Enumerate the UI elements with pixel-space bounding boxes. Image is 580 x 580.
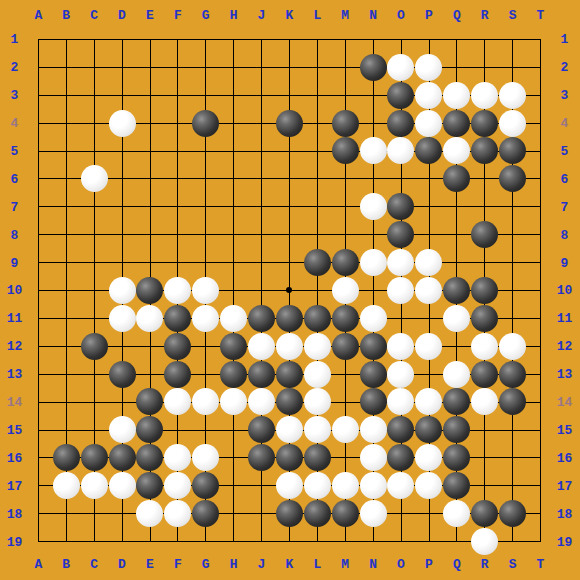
intersection-B15[interactable]: [52, 416, 80, 444]
intersection-D1[interactable]: [108, 25, 136, 53]
intersection-K13[interactable]: [275, 360, 303, 388]
intersection-P7[interactable]: [415, 193, 443, 221]
intersection-J16[interactable]: [248, 444, 276, 472]
intersection-K11[interactable]: [275, 304, 303, 332]
intersection-F8[interactable]: [164, 221, 192, 249]
intersection-G8[interactable]: [192, 221, 220, 249]
intersection-K3[interactable]: [275, 81, 303, 109]
intersection-G11[interactable]: [192, 304, 220, 332]
intersection-P17[interactable]: [415, 472, 443, 500]
intersection-H16[interactable]: [220, 444, 248, 472]
intersection-F2[interactable]: [164, 53, 192, 81]
intersection-E2[interactable]: [136, 53, 164, 81]
intersection-O19[interactable]: [387, 527, 415, 555]
intersection-F16[interactable]: [164, 444, 192, 472]
intersection-D4[interactable]: [108, 109, 136, 137]
intersection-P4[interactable]: [415, 109, 443, 137]
intersection-T13[interactable]: [526, 360, 554, 388]
intersection-D15[interactable]: [108, 416, 136, 444]
intersection-L15[interactable]: [303, 416, 331, 444]
intersection-A5[interactable]: [24, 137, 52, 165]
intersection-O18[interactable]: [387, 500, 415, 528]
intersection-S12[interactable]: [499, 332, 527, 360]
intersection-Q9[interactable]: [443, 249, 471, 277]
intersection-J6[interactable]: [248, 165, 276, 193]
intersection-S14[interactable]: [499, 388, 527, 416]
intersection-C5[interactable]: [80, 137, 108, 165]
intersection-C11[interactable]: [80, 304, 108, 332]
intersection-N11[interactable]: [359, 304, 387, 332]
intersection-J12[interactable]: [248, 332, 276, 360]
intersection-B9[interactable]: [52, 249, 80, 277]
intersection-Q19[interactable]: [443, 527, 471, 555]
intersection-A13[interactable]: [24, 360, 52, 388]
intersection-F14[interactable]: [164, 388, 192, 416]
intersection-J1[interactable]: [248, 25, 276, 53]
intersection-E1[interactable]: [136, 25, 164, 53]
intersection-C12[interactable]: [80, 332, 108, 360]
intersection-R2[interactable]: [471, 53, 499, 81]
intersection-R11[interactable]: [471, 304, 499, 332]
intersection-E6[interactable]: [136, 165, 164, 193]
intersection-H7[interactable]: [220, 193, 248, 221]
intersection-A19[interactable]: [24, 527, 52, 555]
intersection-H14[interactable]: [220, 388, 248, 416]
intersection-B11[interactable]: [52, 304, 80, 332]
intersection-C9[interactable]: [80, 249, 108, 277]
intersection-Q1[interactable]: [443, 25, 471, 53]
intersection-T19[interactable]: [526, 527, 554, 555]
intersection-O2[interactable]: [387, 53, 415, 81]
intersection-P14[interactable]: [415, 388, 443, 416]
intersection-F7[interactable]: [164, 193, 192, 221]
intersection-C15[interactable]: [80, 416, 108, 444]
intersection-L19[interactable]: [303, 527, 331, 555]
intersection-L12[interactable]: [303, 332, 331, 360]
intersection-S3[interactable]: [499, 81, 527, 109]
intersection-T11[interactable]: [526, 304, 554, 332]
intersection-K8[interactable]: [275, 221, 303, 249]
intersection-M16[interactable]: [331, 444, 359, 472]
intersection-T1[interactable]: [526, 25, 554, 53]
intersection-A10[interactable]: [24, 276, 52, 304]
intersection-E16[interactable]: [136, 444, 164, 472]
intersection-A11[interactable]: [24, 304, 52, 332]
intersection-B16[interactable]: [52, 444, 80, 472]
intersection-O11[interactable]: [387, 304, 415, 332]
intersection-A17[interactable]: [24, 472, 52, 500]
intersection-H8[interactable]: [220, 221, 248, 249]
intersection-F19[interactable]: [164, 527, 192, 555]
intersection-J8[interactable]: [248, 221, 276, 249]
intersection-Q2[interactable]: [443, 53, 471, 81]
intersection-L9[interactable]: [303, 249, 331, 277]
intersection-P8[interactable]: [415, 221, 443, 249]
intersection-B10[interactable]: [52, 276, 80, 304]
intersection-A4[interactable]: [24, 109, 52, 137]
intersection-N10[interactable]: [359, 276, 387, 304]
intersection-Q17[interactable]: [443, 472, 471, 500]
intersection-N19[interactable]: [359, 527, 387, 555]
intersection-H3[interactable]: [220, 81, 248, 109]
intersection-D19[interactable]: [108, 527, 136, 555]
intersection-E15[interactable]: [136, 416, 164, 444]
intersection-F5[interactable]: [164, 137, 192, 165]
intersection-R15[interactable]: [471, 416, 499, 444]
intersection-P18[interactable]: [415, 500, 443, 528]
intersection-D6[interactable]: [108, 165, 136, 193]
intersection-Q18[interactable]: [443, 500, 471, 528]
intersection-S15[interactable]: [499, 416, 527, 444]
intersection-A14[interactable]: [24, 388, 52, 416]
intersection-T3[interactable]: [526, 81, 554, 109]
intersection-G16[interactable]: [192, 444, 220, 472]
intersection-C17[interactable]: [80, 472, 108, 500]
intersection-T14[interactable]: [526, 388, 554, 416]
intersection-S19[interactable]: [499, 527, 527, 555]
intersection-N14[interactable]: [359, 388, 387, 416]
intersection-J10[interactable]: [248, 276, 276, 304]
intersection-E11[interactable]: [136, 304, 164, 332]
intersection-M6[interactable]: [331, 165, 359, 193]
intersection-H11[interactable]: [220, 304, 248, 332]
intersection-B3[interactable]: [52, 81, 80, 109]
intersection-A6[interactable]: [24, 165, 52, 193]
intersection-C1[interactable]: [80, 25, 108, 53]
intersection-P16[interactable]: [415, 444, 443, 472]
intersection-P13[interactable]: [415, 360, 443, 388]
intersection-P6[interactable]: [415, 165, 443, 193]
intersection-F9[interactable]: [164, 249, 192, 277]
intersection-C10[interactable]: [80, 276, 108, 304]
intersection-M4[interactable]: [331, 109, 359, 137]
intersection-G10[interactable]: [192, 276, 220, 304]
intersection-L1[interactable]: [303, 25, 331, 53]
intersection-B18[interactable]: [52, 500, 80, 528]
intersection-H13[interactable]: [220, 360, 248, 388]
intersection-L4[interactable]: [303, 109, 331, 137]
intersection-A9[interactable]: [24, 249, 52, 277]
intersection-H15[interactable]: [220, 416, 248, 444]
intersection-D10[interactable]: [108, 276, 136, 304]
intersection-T15[interactable]: [526, 416, 554, 444]
intersection-O5[interactable]: [387, 137, 415, 165]
intersection-Q12[interactable]: [443, 332, 471, 360]
intersection-M18[interactable]: [331, 500, 359, 528]
intersection-K4[interactable]: [275, 109, 303, 137]
intersection-D8[interactable]: [108, 221, 136, 249]
intersection-E18[interactable]: [136, 500, 164, 528]
intersection-N5[interactable]: [359, 137, 387, 165]
intersection-B4[interactable]: [52, 109, 80, 137]
intersection-H12[interactable]: [220, 332, 248, 360]
intersection-N9[interactable]: [359, 249, 387, 277]
intersection-P3[interactable]: [415, 81, 443, 109]
intersection-Q10[interactable]: [443, 276, 471, 304]
intersection-N17[interactable]: [359, 472, 387, 500]
intersection-R10[interactable]: [471, 276, 499, 304]
intersection-T6[interactable]: [526, 165, 554, 193]
intersection-Q14[interactable]: [443, 388, 471, 416]
intersection-O10[interactable]: [387, 276, 415, 304]
intersection-S16[interactable]: [499, 444, 527, 472]
intersection-G5[interactable]: [192, 137, 220, 165]
intersection-S9[interactable]: [499, 249, 527, 277]
intersection-L10[interactable]: [303, 276, 331, 304]
intersection-E3[interactable]: [136, 81, 164, 109]
intersection-O9[interactable]: [387, 249, 415, 277]
intersection-M2[interactable]: [331, 53, 359, 81]
intersection-O1[interactable]: [387, 25, 415, 53]
intersection-A18[interactable]: [24, 500, 52, 528]
intersection-G2[interactable]: [192, 53, 220, 81]
intersection-K16[interactable]: [275, 444, 303, 472]
intersection-F3[interactable]: [164, 81, 192, 109]
intersection-P15[interactable]: [415, 416, 443, 444]
intersection-Q11[interactable]: [443, 304, 471, 332]
intersection-B2[interactable]: [52, 53, 80, 81]
intersection-Q7[interactable]: [443, 193, 471, 221]
intersection-K6[interactable]: [275, 165, 303, 193]
intersection-G19[interactable]: [192, 527, 220, 555]
intersection-E14[interactable]: [136, 388, 164, 416]
intersection-M8[interactable]: [331, 221, 359, 249]
intersection-M15[interactable]: [331, 416, 359, 444]
intersection-L14[interactable]: [303, 388, 331, 416]
intersection-Q16[interactable]: [443, 444, 471, 472]
intersection-E17[interactable]: [136, 472, 164, 500]
intersection-O4[interactable]: [387, 109, 415, 137]
intersection-G1[interactable]: [192, 25, 220, 53]
intersection-G12[interactable]: [192, 332, 220, 360]
intersection-G9[interactable]: [192, 249, 220, 277]
intersection-L17[interactable]: [303, 472, 331, 500]
intersection-J15[interactable]: [248, 416, 276, 444]
intersection-B12[interactable]: [52, 332, 80, 360]
intersection-F6[interactable]: [164, 165, 192, 193]
intersection-O17[interactable]: [387, 472, 415, 500]
intersection-J11[interactable]: [248, 304, 276, 332]
intersection-D3[interactable]: [108, 81, 136, 109]
intersection-D11[interactable]: [108, 304, 136, 332]
intersection-C4[interactable]: [80, 109, 108, 137]
intersection-B13[interactable]: [52, 360, 80, 388]
intersection-K10[interactable]: [275, 276, 303, 304]
intersection-M14[interactable]: [331, 388, 359, 416]
intersection-B7[interactable]: [52, 193, 80, 221]
intersection-A16[interactable]: [24, 444, 52, 472]
intersection-C7[interactable]: [80, 193, 108, 221]
intersection-H4[interactable]: [220, 109, 248, 137]
intersection-D9[interactable]: [108, 249, 136, 277]
intersection-A2[interactable]: [24, 53, 52, 81]
intersection-M3[interactable]: [331, 81, 359, 109]
intersection-S5[interactable]: [499, 137, 527, 165]
intersection-H17[interactable]: [220, 472, 248, 500]
intersection-O7[interactable]: [387, 193, 415, 221]
intersection-B14[interactable]: [52, 388, 80, 416]
intersection-L11[interactable]: [303, 304, 331, 332]
intersection-Q8[interactable]: [443, 221, 471, 249]
intersection-M7[interactable]: [331, 193, 359, 221]
intersection-M1[interactable]: [331, 25, 359, 53]
intersection-N6[interactable]: [359, 165, 387, 193]
intersection-K5[interactable]: [275, 137, 303, 165]
intersection-G17[interactable]: [192, 472, 220, 500]
intersection-D7[interactable]: [108, 193, 136, 221]
intersection-M10[interactable]: [331, 276, 359, 304]
intersection-C19[interactable]: [80, 527, 108, 555]
intersection-A3[interactable]: [24, 81, 52, 109]
intersection-E8[interactable]: [136, 221, 164, 249]
intersection-L3[interactable]: [303, 81, 331, 109]
intersection-J7[interactable]: [248, 193, 276, 221]
intersection-O13[interactable]: [387, 360, 415, 388]
intersection-T2[interactable]: [526, 53, 554, 81]
intersection-M11[interactable]: [331, 304, 359, 332]
intersection-J2[interactable]: [248, 53, 276, 81]
intersection-R14[interactable]: [471, 388, 499, 416]
intersection-G6[interactable]: [192, 165, 220, 193]
intersection-L2[interactable]: [303, 53, 331, 81]
intersection-K14[interactable]: [275, 388, 303, 416]
intersection-R5[interactable]: [471, 137, 499, 165]
intersection-N16[interactable]: [359, 444, 387, 472]
intersection-N8[interactable]: [359, 221, 387, 249]
intersection-L5[interactable]: [303, 137, 331, 165]
intersection-K1[interactable]: [275, 25, 303, 53]
intersection-A12[interactable]: [24, 332, 52, 360]
intersection-L13[interactable]: [303, 360, 331, 388]
intersection-P12[interactable]: [415, 332, 443, 360]
intersection-D12[interactable]: [108, 332, 136, 360]
intersection-L16[interactable]: [303, 444, 331, 472]
intersection-O3[interactable]: [387, 81, 415, 109]
intersection-T5[interactable]: [526, 137, 554, 165]
intersection-G15[interactable]: [192, 416, 220, 444]
intersection-H10[interactable]: [220, 276, 248, 304]
intersection-E19[interactable]: [136, 527, 164, 555]
intersection-Q13[interactable]: [443, 360, 471, 388]
intersection-D13[interactable]: [108, 360, 136, 388]
intersection-S11[interactable]: [499, 304, 527, 332]
intersection-P19[interactable]: [415, 527, 443, 555]
intersection-T7[interactable]: [526, 193, 554, 221]
intersection-P11[interactable]: [415, 304, 443, 332]
intersection-R7[interactable]: [471, 193, 499, 221]
intersection-E13[interactable]: [136, 360, 164, 388]
intersection-F13[interactable]: [164, 360, 192, 388]
intersection-N4[interactable]: [359, 109, 387, 137]
intersection-B6[interactable]: [52, 165, 80, 193]
intersection-L7[interactable]: [303, 193, 331, 221]
intersection-D18[interactable]: [108, 500, 136, 528]
intersection-R8[interactable]: [471, 221, 499, 249]
intersection-S17[interactable]: [499, 472, 527, 500]
intersection-R1[interactable]: [471, 25, 499, 53]
intersection-C18[interactable]: [80, 500, 108, 528]
intersection-P5[interactable]: [415, 137, 443, 165]
intersection-O6[interactable]: [387, 165, 415, 193]
intersection-N2[interactable]: [359, 53, 387, 81]
intersection-E5[interactable]: [136, 137, 164, 165]
intersection-H2[interactable]: [220, 53, 248, 81]
intersection-H19[interactable]: [220, 527, 248, 555]
intersection-T16[interactable]: [526, 444, 554, 472]
intersection-Q6[interactable]: [443, 165, 471, 193]
intersection-B17[interactable]: [52, 472, 80, 500]
intersection-O12[interactable]: [387, 332, 415, 360]
intersection-B8[interactable]: [52, 221, 80, 249]
intersection-C2[interactable]: [80, 53, 108, 81]
intersection-J17[interactable]: [248, 472, 276, 500]
intersection-J14[interactable]: [248, 388, 276, 416]
intersection-R12[interactable]: [471, 332, 499, 360]
intersection-B19[interactable]: [52, 527, 80, 555]
intersection-R19[interactable]: [471, 527, 499, 555]
intersection-T12[interactable]: [526, 332, 554, 360]
intersection-L18[interactable]: [303, 500, 331, 528]
intersection-D17[interactable]: [108, 472, 136, 500]
intersection-D16[interactable]: [108, 444, 136, 472]
intersection-O16[interactable]: [387, 444, 415, 472]
intersection-C13[interactable]: [80, 360, 108, 388]
intersection-S13[interactable]: [499, 360, 527, 388]
intersection-K15[interactable]: [275, 416, 303, 444]
intersection-C3[interactable]: [80, 81, 108, 109]
intersection-N3[interactable]: [359, 81, 387, 109]
intersection-O14[interactable]: [387, 388, 415, 416]
intersection-K12[interactable]: [275, 332, 303, 360]
intersection-T10[interactable]: [526, 276, 554, 304]
intersection-J4[interactable]: [248, 109, 276, 137]
intersection-C14[interactable]: [80, 388, 108, 416]
intersection-S7[interactable]: [499, 193, 527, 221]
intersection-P2[interactable]: [415, 53, 443, 81]
intersection-F11[interactable]: [164, 304, 192, 332]
intersection-R3[interactable]: [471, 81, 499, 109]
intersection-T8[interactable]: [526, 221, 554, 249]
intersection-C6[interactable]: [80, 165, 108, 193]
intersection-K19[interactable]: [275, 527, 303, 555]
intersection-K18[interactable]: [275, 500, 303, 528]
intersection-C8[interactable]: [80, 221, 108, 249]
intersection-A1[interactable]: [24, 25, 52, 53]
intersection-S2[interactable]: [499, 53, 527, 81]
intersection-Q15[interactable]: [443, 416, 471, 444]
intersection-R17[interactable]: [471, 472, 499, 500]
intersection-G4[interactable]: [192, 109, 220, 137]
intersection-G7[interactable]: [192, 193, 220, 221]
intersection-S8[interactable]: [499, 221, 527, 249]
intersection-H9[interactable]: [220, 249, 248, 277]
intersection-A7[interactable]: [24, 193, 52, 221]
intersection-G3[interactable]: [192, 81, 220, 109]
intersection-Q5[interactable]: [443, 137, 471, 165]
intersection-A8[interactable]: [24, 221, 52, 249]
intersection-G13[interactable]: [192, 360, 220, 388]
intersection-B5[interactable]: [52, 137, 80, 165]
intersection-F15[interactable]: [164, 416, 192, 444]
intersection-F17[interactable]: [164, 472, 192, 500]
intersection-E10[interactable]: [136, 276, 164, 304]
intersection-J19[interactable]: [248, 527, 276, 555]
intersection-R6[interactable]: [471, 165, 499, 193]
intersection-M9[interactable]: [331, 249, 359, 277]
intersection-J13[interactable]: [248, 360, 276, 388]
intersection-R18[interactable]: [471, 500, 499, 528]
intersection-P9[interactable]: [415, 249, 443, 277]
